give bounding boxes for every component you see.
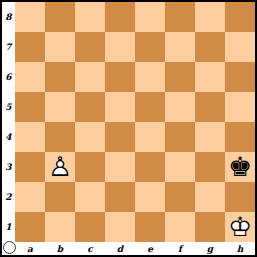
- square-h1[interactable]: ♚♔: [225, 212, 255, 242]
- rank-label-5: 5: [2, 92, 15, 122]
- square-a6[interactable]: [15, 62, 45, 92]
- square-h7[interactable]: [225, 32, 255, 62]
- square-e7[interactable]: [135, 32, 165, 62]
- square-h8[interactable]: [225, 2, 255, 32]
- file-label-e: e: [135, 242, 165, 255]
- square-f6[interactable]: [165, 62, 195, 92]
- file-label-h: h: [225, 242, 255, 255]
- square-f2[interactable]: [165, 182, 195, 212]
- square-a4[interactable]: [15, 122, 45, 152]
- square-f3[interactable]: [165, 152, 195, 182]
- square-b3[interactable]: ♟♙: [45, 152, 75, 182]
- square-a7[interactable]: [15, 32, 45, 62]
- rank-labels: 87654321: [2, 2, 15, 242]
- square-d2[interactable]: [105, 182, 135, 212]
- square-f5[interactable]: [165, 92, 195, 122]
- square-g5[interactable]: [195, 92, 225, 122]
- square-f1[interactable]: [165, 212, 195, 242]
- square-c5[interactable]: [75, 92, 105, 122]
- square-f7[interactable]: [165, 32, 195, 62]
- rank-label-6: 6: [2, 62, 15, 92]
- black-king-glyph: ♚: [225, 152, 255, 182]
- square-e2[interactable]: [135, 182, 165, 212]
- square-d8[interactable]: [105, 2, 135, 32]
- square-g3[interactable]: [195, 152, 225, 182]
- square-e1[interactable]: [135, 212, 165, 242]
- square-a1[interactable]: [15, 212, 45, 242]
- square-b2[interactable]: [45, 182, 75, 212]
- square-b8[interactable]: [45, 2, 75, 32]
- white-pawn[interactable]: ♟♙: [45, 152, 75, 182]
- square-d7[interactable]: [105, 32, 135, 62]
- square-g6[interactable]: [195, 62, 225, 92]
- chess-board[interactable]: ♟♙♚♚♔: [15, 2, 255, 242]
- square-c8[interactable]: [75, 2, 105, 32]
- square-d5[interactable]: [105, 92, 135, 122]
- square-f8[interactable]: [165, 2, 195, 32]
- file-label-g: g: [195, 242, 225, 255]
- square-c1[interactable]: [75, 212, 105, 242]
- white-pawn-outline-glyph: ♙: [45, 152, 75, 182]
- square-d4[interactable]: [105, 122, 135, 152]
- square-e8[interactable]: [135, 2, 165, 32]
- square-b7[interactable]: [45, 32, 75, 62]
- square-b5[interactable]: [45, 92, 75, 122]
- square-e4[interactable]: [135, 122, 165, 152]
- square-b4[interactable]: [45, 122, 75, 152]
- rank-label-3: 3: [2, 152, 15, 182]
- square-e5[interactable]: [135, 92, 165, 122]
- square-c2[interactable]: [75, 182, 105, 212]
- white-king-outline-glyph: ♔: [225, 212, 255, 242]
- square-b6[interactable]: [45, 62, 75, 92]
- square-g1[interactable]: [195, 212, 225, 242]
- square-a5[interactable]: [15, 92, 45, 122]
- file-label-d: d: [105, 242, 135, 255]
- square-e6[interactable]: [135, 62, 165, 92]
- white-to-move-indicator: [3, 241, 16, 254]
- square-c4[interactable]: [75, 122, 105, 152]
- file-label-f: f: [165, 242, 195, 255]
- square-c7[interactable]: [75, 32, 105, 62]
- square-d6[interactable]: [105, 62, 135, 92]
- square-c6[interactable]: [75, 62, 105, 92]
- square-c3[interactable]: [75, 152, 105, 182]
- square-h3[interactable]: ♚: [225, 152, 255, 182]
- file-label-a: a: [15, 242, 45, 255]
- square-a3[interactable]: [15, 152, 45, 182]
- square-e3[interactable]: [135, 152, 165, 182]
- square-g7[interactable]: [195, 32, 225, 62]
- rank-label-8: 8: [2, 2, 15, 32]
- square-a2[interactable]: [15, 182, 45, 212]
- file-label-b: b: [45, 242, 75, 255]
- square-h6[interactable]: [225, 62, 255, 92]
- square-a8[interactable]: [15, 2, 45, 32]
- square-h2[interactable]: [225, 182, 255, 212]
- black-king[interactable]: ♚: [225, 152, 255, 182]
- square-d1[interactable]: [105, 212, 135, 242]
- white-king[interactable]: ♚♔: [225, 212, 255, 242]
- square-g2[interactable]: [195, 182, 225, 212]
- square-h5[interactable]: [225, 92, 255, 122]
- file-labels: abcdefgh: [15, 242, 255, 255]
- rank-label-2: 2: [2, 182, 15, 212]
- chess-diagram: 87654321 ♟♙♚♚♔ abcdefgh: [0, 0, 257, 257]
- rank-label-4: 4: [2, 122, 15, 152]
- square-b1[interactable]: [45, 212, 75, 242]
- square-g4[interactable]: [195, 122, 225, 152]
- square-f4[interactable]: [165, 122, 195, 152]
- rank-label-1: 1: [2, 212, 15, 242]
- square-d3[interactable]: [105, 152, 135, 182]
- file-label-c: c: [75, 242, 105, 255]
- rank-label-7: 7: [2, 32, 15, 62]
- square-g8[interactable]: [195, 2, 225, 32]
- square-h4[interactable]: [225, 122, 255, 152]
